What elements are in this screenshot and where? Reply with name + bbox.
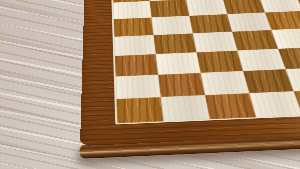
square-d4 xyxy=(232,30,278,51)
square-a6 xyxy=(113,1,151,19)
square-a1 xyxy=(116,97,163,123)
square-d1 xyxy=(249,91,300,117)
square-d2 xyxy=(243,69,294,93)
square-c5 xyxy=(189,14,232,33)
square-a3 xyxy=(115,54,158,76)
board-perspective xyxy=(0,0,300,169)
chess-board xyxy=(80,0,300,146)
square-c3 xyxy=(197,51,244,73)
square-c1 xyxy=(205,93,256,119)
photo-scene xyxy=(0,0,300,169)
square-e5 xyxy=(265,11,300,30)
square-b5 xyxy=(151,16,192,35)
square-b1 xyxy=(161,95,210,121)
square-b3 xyxy=(156,52,201,74)
square-b4 xyxy=(153,33,196,54)
square-c2 xyxy=(201,71,250,95)
square-a5 xyxy=(114,17,154,36)
square-a2 xyxy=(116,75,161,99)
square-b2 xyxy=(158,73,205,97)
square-d5 xyxy=(227,12,271,31)
square-a4 xyxy=(114,35,155,56)
square-c4 xyxy=(193,32,238,53)
square-b6 xyxy=(150,0,190,17)
frame-inlay-line xyxy=(111,0,300,125)
square-d3 xyxy=(237,49,285,71)
board-grid xyxy=(112,0,300,123)
